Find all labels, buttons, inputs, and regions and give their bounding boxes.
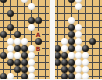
black-stone bbox=[55, 45, 61, 52]
black-stone bbox=[61, 59, 68, 66]
black-stone bbox=[68, 24, 75, 31]
black-stone bbox=[21, 52, 28, 59]
white-stone bbox=[75, 73, 82, 80]
white-stone bbox=[7, 45, 14, 52]
black-stone bbox=[68, 45, 75, 52]
black-stone bbox=[82, 45, 89, 52]
white-stone bbox=[28, 66, 35, 73]
black-stone bbox=[61, 52, 68, 59]
white-stone bbox=[21, 38, 28, 45]
white-stone bbox=[28, 59, 35, 66]
black-stone bbox=[55, 59, 61, 66]
white-stone bbox=[75, 45, 82, 52]
white-stone bbox=[28, 52, 35, 59]
left-board-panel: AB bbox=[0, 0, 50, 79]
white-stone bbox=[28, 24, 35, 31]
white-stone bbox=[68, 17, 75, 24]
black-stone bbox=[55, 52, 61, 59]
black-stone bbox=[68, 38, 75, 45]
black-stone bbox=[68, 59, 75, 66]
white-stone bbox=[7, 38, 14, 45]
black-stone bbox=[28, 17, 35, 24]
black-stone bbox=[0, 52, 7, 59]
black-stone bbox=[21, 66, 28, 73]
black-stone bbox=[21, 73, 28, 80]
right-board-panel bbox=[55, 0, 102, 79]
white-stone bbox=[28, 3, 35, 10]
black-stone bbox=[21, 59, 28, 66]
black-stone bbox=[7, 24, 14, 31]
black-stone bbox=[0, 73, 7, 80]
white-stone bbox=[82, 52, 89, 59]
white-stone bbox=[75, 52, 82, 59]
white-stone bbox=[14, 38, 21, 45]
black-stone bbox=[68, 66, 75, 73]
white-stone bbox=[75, 66, 82, 73]
black-stone bbox=[21, 45, 28, 52]
white-stone bbox=[82, 73, 89, 80]
black-stone bbox=[68, 0, 75, 3]
black-stone bbox=[7, 59, 14, 66]
white-stone bbox=[7, 73, 14, 80]
white-stone bbox=[75, 59, 82, 66]
white-stone bbox=[82, 59, 89, 66]
white-stone bbox=[21, 0, 28, 3]
black-stone bbox=[14, 59, 21, 66]
white-stone bbox=[14, 52, 21, 59]
black-stone bbox=[14, 66, 21, 73]
black-stone bbox=[61, 66, 68, 73]
black-stone bbox=[14, 45, 21, 52]
black-stone bbox=[61, 73, 68, 80]
go-diagram-screenshot: { "game": "go", "description": "Two crop… bbox=[0, 0, 102, 79]
white-stone bbox=[61, 45, 68, 52]
black-stone bbox=[7, 10, 14, 17]
black-stone bbox=[89, 38, 96, 45]
go-board-right bbox=[55, 0, 102, 79]
white-stone bbox=[68, 52, 75, 59]
go-board-left: AB bbox=[0, 0, 49, 79]
black-stone bbox=[35, 17, 42, 24]
point-label-b: B bbox=[35, 45, 42, 52]
black-stone bbox=[0, 31, 7, 38]
black-stone bbox=[35, 38, 42, 45]
black-stone bbox=[14, 31, 21, 38]
white-stone bbox=[75, 3, 82, 10]
white-stone bbox=[28, 45, 35, 52]
white-stone bbox=[7, 52, 14, 59]
white-stone bbox=[75, 38, 82, 45]
black-stone bbox=[68, 73, 75, 80]
black-stone bbox=[0, 0, 7, 3]
black-stone bbox=[68, 31, 75, 38]
white-stone bbox=[82, 66, 89, 73]
white-stone bbox=[28, 73, 35, 80]
white-stone bbox=[75, 24, 82, 31]
point-label-a: A bbox=[35, 31, 42, 38]
white-stone bbox=[61, 38, 68, 45]
white-stone bbox=[75, 31, 82, 38]
